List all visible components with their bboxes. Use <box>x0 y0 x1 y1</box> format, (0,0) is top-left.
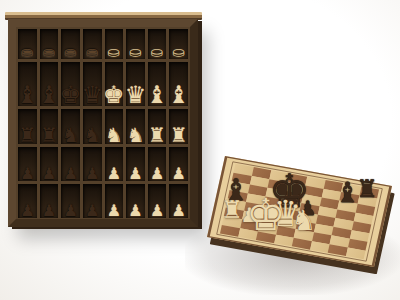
stored-chess-piece: ♜ <box>148 125 166 144</box>
case-cubby: ♟ <box>40 147 59 181</box>
stored-chess-piece: ♟ <box>150 203 164 218</box>
stored-chess-piece: ♟ <box>42 203 56 218</box>
case-cubby: ⛂ <box>40 29 59 59</box>
case-cubby: ♟ <box>105 147 124 181</box>
case-cubby: ⛀ <box>169 29 188 59</box>
storage-case: ⛂⛂⛂⛂⛀⛀⛀⛀♝♝♚♛♚♛♝♝♜♜♞♞♞♞♜♜♟♟♟♟♟♟♟♟♟♟♟♟♟♟♟♟ <box>8 19 198 227</box>
case-cubby: ♟ <box>18 184 37 218</box>
stored-chess-piece: ♟ <box>172 203 186 218</box>
stored-chess-piece: ♟ <box>128 166 142 181</box>
case-cubby: ♟ <box>61 184 80 218</box>
stored-chess-piece: ♟ <box>107 166 121 181</box>
case-cubby: ♟ <box>61 147 80 181</box>
case-cubby: ♜ <box>148 109 167 144</box>
stored-chess-piece: ♛ <box>126 83 145 106</box>
stored-chess-piece: ♟ <box>42 166 56 181</box>
case-cubby: ⛂ <box>61 29 80 59</box>
stored-chess-piece: ♟ <box>107 203 121 218</box>
stored-chess-piece: ♜ <box>18 125 36 144</box>
stored-chess-piece: ♝ <box>40 83 59 106</box>
stored-chess-piece: ♞ <box>105 125 123 144</box>
case-cubby: ♟ <box>18 147 37 181</box>
case-cubby: ⛀ <box>148 29 167 59</box>
board-square-e1[interactable] <box>292 238 312 250</box>
stored-chess-piece: ♟ <box>150 166 164 181</box>
stored-chess-piece: ♟ <box>172 166 186 181</box>
case-cubby: ♚ <box>105 62 124 106</box>
stored-chess-piece: ♞ <box>62 125 80 144</box>
checker-piece: ⛂ <box>64 45 77 59</box>
case-cubby: ⛀ <box>126 29 145 59</box>
white-knight-glyph: ♞ <box>291 207 316 235</box>
case-cubby: ♞ <box>105 109 124 144</box>
case-cubby: ♝ <box>18 62 37 106</box>
case-cubby: ♟ <box>105 184 124 218</box>
stored-chess-piece: ♚ <box>61 83 80 106</box>
checker-piece: ⛀ <box>108 45 121 59</box>
stored-chess-piece: ♝ <box>148 83 167 106</box>
stored-chess-piece: ♟ <box>20 203 34 218</box>
case-cubby: ♟ <box>148 147 167 181</box>
case-cubby: ♟ <box>40 184 59 218</box>
case-cubby: ♝ <box>148 62 167 106</box>
stored-chess-piece: ♞ <box>126 125 144 144</box>
stored-chess-piece: ♟ <box>63 166 77 181</box>
stored-chess-piece: ♜ <box>170 125 188 144</box>
case-cubby: ♟ <box>169 184 188 218</box>
board-square-g1[interactable] <box>328 244 348 256</box>
storage-case-grid: ⛂⛂⛂⛂⛀⛀⛀⛀♝♝♚♛♚♛♝♝♜♜♞♞♞♞♜♜♟♟♟♟♟♟♟♟♟♟♟♟♟♟♟♟ <box>16 27 190 219</box>
case-cubby: ⛀ <box>105 29 124 59</box>
stored-chess-piece: ♛ <box>83 83 102 106</box>
case-cubby: ♟ <box>83 147 102 181</box>
stored-chess-piece: ♚ <box>105 83 124 106</box>
board-square-a1[interactable] <box>220 225 240 237</box>
checker-piece: ⛀ <box>129 45 142 59</box>
case-cubby: ♛ <box>126 62 145 106</box>
case-cubby: ⛂ <box>83 29 102 59</box>
stored-chess-piece: ♟ <box>85 203 99 218</box>
stored-chess-piece: ♝ <box>18 83 37 106</box>
checker-piece: ⛀ <box>172 45 185 59</box>
board-square-f1[interactable] <box>310 241 330 253</box>
case-cubby: ♟ <box>148 184 167 218</box>
checker-piece: ⛂ <box>21 45 34 59</box>
stored-chess-piece: ♞ <box>83 125 101 144</box>
case-cubby: ♝ <box>40 62 59 106</box>
case-cubby: ♜ <box>169 109 188 144</box>
checker-piece: ⛀ <box>151 45 164 59</box>
case-cubby: ♚ <box>61 62 80 106</box>
case-cubby: ♞ <box>126 109 145 144</box>
stored-chess-piece: ♟ <box>20 166 34 181</box>
case-cubby: ♛ <box>83 62 102 106</box>
black-bishop-glyph: ♝ <box>335 179 360 207</box>
case-cubby: ♜ <box>18 109 37 144</box>
stored-chess-piece: ♟ <box>63 203 77 218</box>
stored-chess-piece: ♟ <box>128 203 142 218</box>
case-cubby: ♟ <box>169 147 188 181</box>
board-square-h1[interactable] <box>346 247 366 259</box>
case-cubby: ♟ <box>83 184 102 218</box>
white-rook-glyph: ♜ <box>221 198 243 222</box>
checker-piece: ⛂ <box>43 45 56 59</box>
case-cubby: ♜ <box>40 109 59 144</box>
checker-piece: ⛂ <box>86 45 99 59</box>
case-cubby: ⛂ <box>18 29 37 59</box>
case-cubby: ♝ <box>169 62 188 106</box>
case-cubby: ♟ <box>126 184 145 218</box>
stored-chess-piece: ♝ <box>169 83 188 106</box>
white-king-glyph: ♚ <box>246 193 285 237</box>
stored-chess-piece: ♟ <box>85 166 99 181</box>
case-cubby: ♟ <box>126 147 145 181</box>
stored-chess-piece: ♜ <box>40 125 58 144</box>
case-cubby: ♞ <box>83 109 102 144</box>
case-cubby: ♞ <box>61 109 80 144</box>
